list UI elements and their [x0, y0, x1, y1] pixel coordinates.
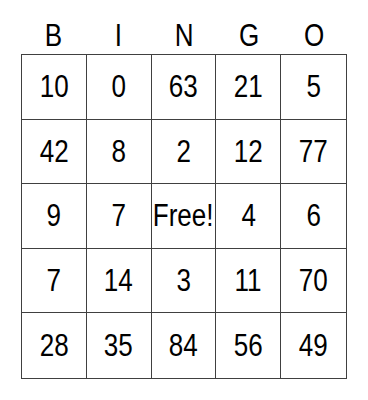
cell-value: 7 [111, 200, 125, 231]
cell-value: 10 [39, 71, 68, 102]
header-letter-g: G [217, 0, 282, 54]
bingo-header: B I N G O [21, 0, 347, 54]
bingo-cell-r2c3[interactable]: 2 [152, 120, 217, 185]
bingo-cell-r4c5[interactable]: 70 [281, 249, 346, 314]
cell-value: 63 [169, 71, 198, 102]
cell-value: 4 [241, 200, 255, 231]
bingo-cell-r2c5[interactable]: 77 [281, 120, 346, 185]
bingo-cell-r5c1[interactable]: 28 [22, 313, 87, 378]
bingo-cell-r1c3[interactable]: 63 [152, 55, 217, 120]
bingo-cell-r5c4[interactable]: 56 [216, 313, 281, 378]
bingo-cell-r1c5[interactable]: 5 [281, 55, 346, 120]
cell-value: 28 [39, 330, 68, 361]
bingo-cell-r4c4[interactable]: 11 [216, 249, 281, 314]
header-letter-n-label: N [175, 20, 194, 51]
cell-value: 0 [111, 71, 125, 102]
bingo-cell-r1c1[interactable]: 10 [22, 55, 87, 120]
header-letter-g-label: G [239, 20, 259, 51]
cell-value: 42 [39, 136, 68, 167]
bingo-cell-r2c4[interactable]: 12 [216, 120, 281, 185]
header-letter-b-label: B [45, 20, 62, 51]
bingo-cell-r3c5[interactable]: 6 [281, 184, 346, 249]
cell-value: 77 [299, 136, 328, 167]
header-letter-i: I [86, 0, 151, 54]
bingo-cell-r5c5[interactable]: 49 [281, 313, 346, 378]
cell-value: 5 [306, 71, 320, 102]
header-letter-o-label: O [304, 20, 324, 51]
cell-value: 6 [306, 200, 320, 231]
cell-value: 7 [47, 265, 61, 296]
bingo-cell-r1c4[interactable]: 21 [216, 55, 281, 120]
header-letter-o: O [282, 0, 347, 54]
cell-value: 12 [234, 136, 263, 167]
bingo-grid: 100632154282127797Free!46714311702835845… [21, 54, 347, 379]
cell-value: 35 [104, 330, 133, 361]
cell-value: Free! [153, 200, 214, 231]
bingo-cell-r5c2[interactable]: 35 [87, 313, 152, 378]
bingo-cell-r2c2[interactable]: 8 [87, 120, 152, 185]
bingo-cell-r3c2[interactable]: 7 [87, 184, 152, 249]
bingo-cell-free[interactable]: Free! [152, 184, 217, 249]
cell-value: 70 [299, 265, 328, 296]
bingo-cell-r3c4[interactable]: 4 [216, 184, 281, 249]
header-letter-n: N [151, 0, 216, 54]
cell-value: 21 [234, 71, 263, 102]
bingo-cell-r4c3[interactable]: 3 [152, 249, 217, 314]
bingo-cell-r1c2[interactable]: 0 [87, 55, 152, 120]
cell-value: 11 [235, 265, 262, 296]
cell-value: 56 [234, 330, 263, 361]
cell-value: 3 [176, 265, 190, 296]
cell-value: 49 [299, 330, 328, 361]
bingo-cell-r4c1[interactable]: 7 [22, 249, 87, 314]
cell-value: 8 [111, 136, 125, 167]
cell-value: 84 [169, 330, 198, 361]
cell-value: 9 [47, 200, 61, 231]
bingo-cell-r4c2[interactable]: 14 [87, 249, 152, 314]
bingo-cell-r2c1[interactable]: 42 [22, 120, 87, 185]
bingo-cell-r3c1[interactable]: 9 [22, 184, 87, 249]
bingo-cell-r5c3[interactable]: 84 [152, 313, 217, 378]
cell-value: 2 [176, 136, 190, 167]
bingo-card: B I N G O 100632154282127797Free!4671431… [21, 0, 347, 379]
header-letter-b: B [21, 0, 86, 54]
header-letter-i-label: I [115, 20, 122, 51]
cell-value: 14 [104, 265, 133, 296]
